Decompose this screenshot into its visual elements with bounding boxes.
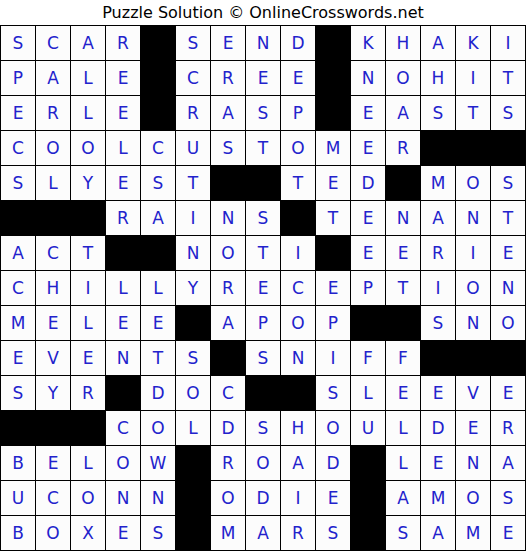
letter-cell: I: [281, 236, 315, 270]
letter-cell: E: [351, 236, 385, 270]
block-cell: [71, 201, 105, 235]
letter-cell: T: [176, 166, 210, 200]
letter-cell: R: [281, 516, 315, 550]
letter-cell: R: [176, 96, 210, 130]
letter-cell: Y: [71, 166, 105, 200]
letter-cell: E: [281, 61, 315, 95]
letter-cell: H: [386, 26, 420, 60]
letter-cell: I: [176, 201, 210, 235]
block-cell: [106, 236, 140, 270]
letter-cell: C: [1, 131, 35, 165]
letter-cell: A: [141, 201, 175, 235]
letter-cell: O: [491, 306, 525, 340]
block-cell: [141, 96, 175, 130]
letter-cell: P: [316, 306, 350, 340]
letter-cell: L: [71, 96, 105, 130]
block-cell: [421, 341, 455, 375]
block-cell: [176, 446, 210, 480]
letter-cell: A: [386, 481, 420, 515]
letter-cell: O: [71, 481, 105, 515]
block-cell: [351, 446, 385, 480]
letter-cell: L: [386, 446, 420, 480]
letter-cell: E: [421, 446, 455, 480]
letter-cell: D: [316, 446, 350, 480]
letter-cell: R: [211, 446, 245, 480]
crossword-grid: SCARSENDKHAKIPALECREENOHITERLERASPEASTSC…: [0, 25, 526, 551]
letter-cell: O: [456, 271, 490, 305]
letter-cell: X: [71, 516, 105, 550]
letter-cell: U: [176, 131, 210, 165]
letter-cell: E: [36, 446, 70, 480]
letter-cell: E: [246, 61, 280, 95]
letter-cell: A: [246, 516, 280, 550]
letter-cell: S: [246, 201, 280, 235]
block-cell: [211, 166, 245, 200]
letter-cell: E: [36, 306, 70, 340]
letter-cell: C: [106, 411, 140, 445]
letter-cell: T: [246, 131, 280, 165]
letter-cell: F: [386, 341, 420, 375]
letter-cell: N: [491, 271, 525, 305]
letter-cell: P: [246, 306, 280, 340]
letter-cell: R: [106, 201, 140, 235]
letter-cell: U: [351, 411, 385, 445]
letter-cell: S: [421, 306, 455, 340]
letter-cell: E: [211, 26, 245, 60]
letter-cell: E: [141, 306, 175, 340]
letter-cell: B: [1, 446, 35, 480]
letter-cell: O: [36, 516, 70, 550]
letter-cell: O: [141, 411, 175, 445]
letter-cell: N: [246, 26, 280, 60]
letter-cell: E: [351, 201, 385, 235]
block-cell: [456, 131, 490, 165]
letter-cell: N: [456, 306, 490, 340]
letter-cell: S: [211, 131, 245, 165]
block-cell: [141, 61, 175, 95]
block-cell: [316, 96, 350, 130]
block-cell: [421, 131, 455, 165]
block-cell: [246, 376, 280, 410]
letter-cell: C: [36, 481, 70, 515]
letter-cell: V: [36, 341, 70, 375]
letter-cell: L: [106, 271, 140, 305]
letter-cell: A: [421, 201, 455, 235]
block-cell: [351, 516, 385, 550]
block-cell: [386, 306, 420, 340]
letter-cell: A: [36, 61, 70, 95]
letter-cell: P: [281, 96, 315, 130]
letter-cell: B: [1, 516, 35, 550]
letter-cell: M: [1, 306, 35, 340]
letter-cell: R: [71, 376, 105, 410]
block-cell: [456, 341, 490, 375]
letter-cell: C: [1, 271, 35, 305]
letter-cell: O: [246, 446, 280, 480]
letter-cell: C: [36, 26, 70, 60]
letter-cell: L: [176, 411, 210, 445]
block-cell: [316, 61, 350, 95]
letter-cell: S: [316, 516, 350, 550]
letter-cell: M: [316, 131, 350, 165]
letter-cell: I: [316, 341, 350, 375]
block-cell: [491, 341, 525, 375]
letter-cell: E: [491, 236, 525, 270]
letter-cell: I: [491, 26, 525, 60]
letter-cell: R: [106, 26, 140, 60]
block-cell: [351, 481, 385, 515]
block-cell: [176, 516, 210, 550]
letter-cell: S: [386, 516, 420, 550]
letter-cell: H: [36, 271, 70, 305]
letter-cell: S: [176, 26, 210, 60]
letter-cell: S: [1, 26, 35, 60]
letter-cell: I: [71, 271, 105, 305]
block-cell: [351, 306, 385, 340]
letter-cell: O: [36, 131, 70, 165]
letter-cell: A: [281, 446, 315, 480]
letter-cell: C: [211, 376, 245, 410]
block-cell: [141, 236, 175, 270]
letter-cell: E: [351, 131, 385, 165]
block-cell: [106, 376, 140, 410]
letter-cell: Y: [176, 271, 210, 305]
letter-cell: N: [281, 341, 315, 375]
letter-cell: O: [71, 131, 105, 165]
letter-cell: T: [491, 61, 525, 95]
block-cell: [281, 201, 315, 235]
letter-cell: N: [456, 201, 490, 235]
block-cell: [211, 341, 245, 375]
letter-cell: E: [71, 341, 105, 375]
letter-cell: L: [71, 306, 105, 340]
letter-cell: S: [316, 376, 350, 410]
block-cell: [176, 481, 210, 515]
letter-cell: S: [491, 166, 525, 200]
letter-cell: A: [421, 516, 455, 550]
block-cell: [491, 131, 525, 165]
letter-cell: D: [351, 166, 385, 200]
letter-cell: O: [176, 376, 210, 410]
letter-cell: A: [1, 236, 35, 270]
letter-cell: S: [246, 341, 280, 375]
letter-cell: K: [456, 26, 490, 60]
block-cell: [246, 166, 280, 200]
letter-cell: A: [491, 446, 525, 480]
letter-cell: E: [456, 411, 490, 445]
letter-cell: L: [71, 61, 105, 95]
block-cell: [71, 411, 105, 445]
letter-cell: D: [211, 411, 245, 445]
letter-cell: L: [386, 411, 420, 445]
letter-cell: S: [141, 516, 175, 550]
letter-cell: O: [386, 61, 420, 95]
letter-cell: R: [36, 96, 70, 130]
letter-cell: T: [491, 201, 525, 235]
letter-cell: R: [386, 131, 420, 165]
letter-cell: A: [211, 96, 245, 130]
letter-cell: I: [421, 271, 455, 305]
letter-cell: O: [281, 306, 315, 340]
letter-cell: L: [36, 166, 70, 200]
letter-cell: N: [106, 341, 140, 375]
letter-cell: N: [176, 236, 210, 270]
letter-cell: M: [421, 481, 455, 515]
letter-cell: A: [211, 306, 245, 340]
letter-cell: N: [351, 61, 385, 95]
letter-cell: E: [491, 376, 525, 410]
letter-cell: R: [491, 411, 525, 445]
letter-cell: H: [421, 61, 455, 95]
letter-cell: S: [1, 376, 35, 410]
block-cell: [176, 306, 210, 340]
letter-cell: E: [1, 96, 35, 130]
letter-cell: O: [281, 131, 315, 165]
letter-cell: S: [1, 166, 35, 200]
letter-cell: V: [456, 376, 490, 410]
letter-cell: E: [316, 166, 350, 200]
letter-cell: S: [141, 166, 175, 200]
block-cell: [141, 26, 175, 60]
letter-cell: E: [316, 481, 350, 515]
block-cell: [281, 376, 315, 410]
letter-cell: E: [106, 306, 140, 340]
letter-cell: I: [456, 236, 490, 270]
letter-cell: O: [316, 411, 350, 445]
letter-cell: E: [491, 516, 525, 550]
letter-cell: R: [211, 271, 245, 305]
letter-cell: K: [351, 26, 385, 60]
letter-cell: E: [106, 516, 140, 550]
letter-cell: T: [281, 166, 315, 200]
letter-cell: E: [386, 376, 420, 410]
letter-cell: E: [106, 96, 140, 130]
block-cell: [1, 411, 35, 445]
letter-cell: T: [456, 96, 490, 130]
letter-cell: O: [456, 166, 490, 200]
block-cell: [316, 236, 350, 270]
letter-cell: E: [1, 341, 35, 375]
letter-cell: R: [211, 61, 245, 95]
block-cell: [36, 201, 70, 235]
letter-cell: T: [386, 271, 420, 305]
puzzle-solution-page: Puzzle Solution © OnlineCrosswords.net S…: [0, 0, 526, 551]
letter-cell: E: [246, 271, 280, 305]
letter-cell: N: [141, 481, 175, 515]
letter-cell: C: [141, 131, 175, 165]
letter-cell: T: [246, 236, 280, 270]
letter-cell: F: [351, 341, 385, 375]
letter-cell: O: [211, 481, 245, 515]
letter-cell: C: [36, 236, 70, 270]
block-cell: [36, 411, 70, 445]
letter-cell: E: [316, 271, 350, 305]
page-title: Puzzle Solution © OnlineCrosswords.net: [0, 0, 526, 25]
letter-cell: H: [281, 411, 315, 445]
letter-cell: Y: [36, 376, 70, 410]
letter-cell: E: [106, 61, 140, 95]
block-cell: [386, 166, 420, 200]
letter-cell: U: [1, 481, 35, 515]
letter-cell: D: [421, 411, 455, 445]
letter-cell: C: [176, 61, 210, 95]
letter-cell: M: [456, 516, 490, 550]
letter-cell: N: [456, 446, 490, 480]
letter-cell: E: [351, 96, 385, 130]
letter-cell: D: [281, 26, 315, 60]
letter-cell: S: [246, 96, 280, 130]
letter-cell: A: [386, 96, 420, 130]
letter-cell: D: [141, 376, 175, 410]
letter-cell: W: [141, 446, 175, 480]
letter-cell: S: [246, 411, 280, 445]
letter-cell: M: [211, 516, 245, 550]
block-cell: [316, 26, 350, 60]
letter-cell: T: [316, 201, 350, 235]
letter-cell: S: [491, 481, 525, 515]
letter-cell: L: [106, 131, 140, 165]
letter-cell: C: [281, 271, 315, 305]
letter-cell: A: [71, 26, 105, 60]
letter-cell: I: [281, 481, 315, 515]
letter-cell: O: [106, 446, 140, 480]
letter-cell: E: [386, 236, 420, 270]
letter-cell: L: [351, 376, 385, 410]
letter-cell: R: [421, 236, 455, 270]
letter-cell: P: [351, 271, 385, 305]
letter-cell: I: [456, 61, 490, 95]
letter-cell: O: [211, 236, 245, 270]
letter-cell: P: [1, 61, 35, 95]
letter-cell: O: [456, 481, 490, 515]
letter-cell: S: [176, 341, 210, 375]
letter-cell: N: [211, 201, 245, 235]
letter-cell: M: [421, 166, 455, 200]
letter-cell: S: [421, 96, 455, 130]
letter-cell: N: [386, 201, 420, 235]
letter-cell: D: [246, 481, 280, 515]
letter-cell: S: [491, 96, 525, 130]
letter-cell: T: [141, 341, 175, 375]
letter-cell: L: [141, 271, 175, 305]
letter-cell: T: [71, 236, 105, 270]
letter-cell: L: [71, 446, 105, 480]
letter-cell: N: [106, 481, 140, 515]
letter-cell: A: [421, 26, 455, 60]
letter-cell: E: [106, 166, 140, 200]
letter-cell: E: [421, 376, 455, 410]
block-cell: [1, 201, 35, 235]
